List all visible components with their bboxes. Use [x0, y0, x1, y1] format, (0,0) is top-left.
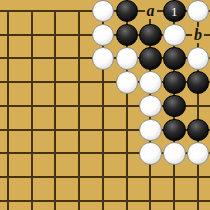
board-point[interactable]	[44, 189, 68, 210]
board-point[interactable]	[115, 142, 139, 166]
board-point[interactable]	[162, 70, 186, 94]
board-point[interactable]: b	[186, 23, 210, 47]
black-stone	[116, 24, 139, 47]
board-point[interactable]	[186, 70, 210, 94]
board-point[interactable]	[20, 189, 44, 210]
board-point[interactable]	[162, 47, 186, 71]
board-point[interactable]	[139, 189, 163, 210]
board-point[interactable]	[162, 94, 186, 118]
board-point[interactable]	[20, 0, 44, 23]
board-point[interactable]	[20, 165, 44, 189]
board-point[interactable]	[139, 165, 163, 189]
board-point[interactable]	[139, 23, 163, 47]
white-stone	[187, 47, 210, 70]
board-point[interactable]	[0, 142, 20, 166]
board-point[interactable]	[0, 165, 20, 189]
white-stone	[116, 47, 139, 70]
black-stone	[187, 71, 210, 94]
board-point[interactable]	[91, 70, 115, 94]
board-point[interactable]	[67, 189, 91, 210]
white-stone	[116, 71, 139, 94]
board-point[interactable]	[91, 0, 115, 23]
board-point[interactable]	[115, 47, 139, 71]
board-point[interactable]	[44, 23, 68, 47]
board-point[interactable]	[186, 47, 210, 71]
board-point[interactable]	[162, 165, 186, 189]
black-stone	[163, 119, 186, 142]
board-point[interactable]	[186, 189, 210, 210]
board-point[interactable]	[20, 118, 44, 142]
white-stone	[187, 142, 210, 165]
black-stone: 1	[163, 0, 186, 22]
board-point[interactable]	[0, 0, 20, 23]
board-point[interactable]	[115, 118, 139, 142]
board-point[interactable]	[186, 142, 210, 166]
white-stone	[163, 142, 186, 165]
board-point[interactable]	[44, 47, 68, 71]
board-point[interactable]	[162, 118, 186, 142]
board-point[interactable]	[67, 47, 91, 71]
board-point[interactable]	[115, 0, 139, 23]
board-point[interactable]	[91, 94, 115, 118]
point-label-a: a	[145, 3, 157, 19]
board-point[interactable]	[139, 118, 163, 142]
board-point[interactable]	[67, 118, 91, 142]
black-stone	[163, 47, 186, 70]
white-stone	[163, 24, 186, 47]
board-point[interactable]	[20, 94, 44, 118]
board-point[interactable]	[67, 23, 91, 47]
board-point[interactable]	[91, 142, 115, 166]
board-point[interactable]	[91, 165, 115, 189]
board-point[interactable]	[186, 165, 210, 189]
board-point[interactable]	[44, 0, 68, 23]
board-point[interactable]	[67, 0, 91, 23]
board-point[interactable]	[162, 189, 186, 210]
black-stone	[163, 71, 186, 94]
board-point[interactable]	[115, 165, 139, 189]
white-stone	[139, 119, 162, 142]
board-point[interactable]	[44, 94, 68, 118]
white-stone	[92, 47, 115, 70]
board-point[interactable]	[44, 142, 68, 166]
white-stone	[92, 24, 115, 47]
board-point[interactable]	[0, 94, 20, 118]
board-point[interactable]	[91, 23, 115, 47]
board-point[interactable]	[20, 47, 44, 71]
board-point[interactable]	[0, 23, 20, 47]
black-stone	[116, 0, 139, 22]
board-point[interactable]: a	[139, 0, 163, 23]
white-stone	[187, 0, 210, 22]
black-stone	[139, 24, 162, 47]
board-point[interactable]	[20, 23, 44, 47]
white-stone	[139, 71, 162, 94]
board-point[interactable]	[67, 94, 91, 118]
board-point[interactable]	[115, 94, 139, 118]
white-stone	[139, 142, 162, 165]
black-stone	[163, 95, 186, 118]
board-point[interactable]	[0, 118, 20, 142]
board-point[interactable]	[91, 118, 115, 142]
board-point[interactable]	[115, 23, 139, 47]
move-number-label: 1	[171, 4, 178, 18]
board-point[interactable]	[139, 47, 163, 71]
white-stone	[139, 95, 162, 118]
board-point[interactable]	[20, 142, 44, 166]
board-point[interactable]	[115, 70, 139, 94]
board-point[interactable]	[162, 23, 186, 47]
white-stone	[92, 0, 115, 22]
board-point[interactable]	[139, 142, 163, 166]
board-point[interactable]	[0, 47, 20, 71]
board-point[interactable]	[186, 118, 210, 142]
board-point[interactable]: 1	[162, 0, 186, 23]
board-point[interactable]	[0, 189, 20, 210]
black-stone	[139, 47, 162, 70]
board-point[interactable]	[44, 118, 68, 142]
board-point[interactable]	[115, 189, 139, 210]
board-point[interactable]	[162, 142, 186, 166]
black-stone	[187, 119, 210, 142]
board-point[interactable]	[91, 47, 115, 71]
board-point[interactable]	[44, 70, 68, 94]
board-point[interactable]	[91, 189, 115, 210]
point-label-b: b	[192, 27, 204, 43]
board-point[interactable]	[139, 94, 163, 118]
board-point[interactable]	[139, 70, 163, 94]
board-point[interactable]	[44, 165, 68, 189]
board-point[interactable]	[0, 70, 20, 94]
stone-layer: a1b	[0, 0, 210, 210]
board-point[interactable]	[20, 70, 44, 94]
board-point[interactable]	[67, 70, 91, 94]
board-point[interactable]	[67, 142, 91, 166]
board-point[interactable]	[67, 165, 91, 189]
board-point[interactable]	[186, 0, 210, 23]
board-point[interactable]	[186, 94, 210, 118]
go-board: a1b	[0, 0, 210, 210]
